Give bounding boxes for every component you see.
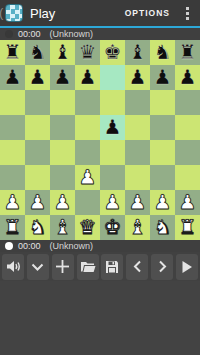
black-queen: ♛ xyxy=(79,40,97,65)
square-b8[interactable]: ♞ xyxy=(25,40,50,65)
square-d7[interactable]: ♟ xyxy=(75,65,100,90)
white-pawn: ♟ xyxy=(154,190,172,215)
square-g2[interactable]: ♟ xyxy=(150,190,175,215)
square-a4[interactable] xyxy=(0,140,25,165)
square-g5[interactable] xyxy=(150,115,175,140)
square-c4[interactable] xyxy=(50,140,75,165)
white-pawn: ♟ xyxy=(4,190,22,215)
black-turn-indicator-icon xyxy=(5,30,13,38)
chess-board[interactable]: ♜♞♝♛♚♝♞♜♟♟♟♟♟♟♟♟♟♟♟♟♟♟♟♟♜♞♝♛♚♝♞♜ xyxy=(0,40,200,240)
chevron-right-icon[interactable] xyxy=(151,254,173,280)
square-h5[interactable] xyxy=(175,115,200,140)
square-f5[interactable] xyxy=(125,115,150,140)
volume-icon[interactable] xyxy=(2,254,24,280)
white-clock: 00:00 xyxy=(18,240,41,252)
square-a6[interactable] xyxy=(0,90,25,115)
square-g7[interactable]: ♟ xyxy=(150,65,175,90)
black-pawn: ♟ xyxy=(54,65,72,90)
square-g3[interactable] xyxy=(150,165,175,190)
square-a7[interactable]: ♟ xyxy=(0,65,25,90)
square-e5[interactable]: ♟ xyxy=(100,115,125,140)
square-c8[interactable]: ♝ xyxy=(50,40,75,65)
square-d2[interactable] xyxy=(75,190,100,215)
black-pawn: ♟ xyxy=(104,115,122,140)
vertical-dots-menu-icon[interactable] xyxy=(178,0,196,26)
square-h8[interactable]: ♜ xyxy=(175,40,200,65)
black-pawn: ♟ xyxy=(29,65,47,90)
square-c1[interactable]: ♝ xyxy=(50,215,75,240)
square-c5[interactable] xyxy=(50,115,75,140)
square-h4[interactable] xyxy=(175,140,200,165)
square-b7[interactable]: ♟ xyxy=(25,65,50,90)
white-pawn: ♟ xyxy=(54,190,72,215)
square-e1[interactable]: ♚ xyxy=(100,215,125,240)
square-f8[interactable]: ♝ xyxy=(125,40,150,65)
white-turn-indicator-icon xyxy=(5,242,13,250)
square-a8[interactable]: ♜ xyxy=(0,40,25,65)
square-b6[interactable] xyxy=(25,90,50,115)
square-e6[interactable] xyxy=(100,90,125,115)
square-e3[interactable] xyxy=(100,165,125,190)
square-e8[interactable]: ♚ xyxy=(100,40,125,65)
square-e7[interactable] xyxy=(100,65,125,90)
black-knight: ♞ xyxy=(29,40,47,65)
square-h3[interactable] xyxy=(175,165,200,190)
square-a2[interactable]: ♟ xyxy=(0,190,25,215)
plus-icon[interactable] xyxy=(52,254,74,280)
square-h7[interactable]: ♟ xyxy=(175,65,200,90)
black-player-name: (Unknown) xyxy=(50,28,94,40)
square-c2[interactable]: ♟ xyxy=(50,190,75,215)
bottom-filler xyxy=(0,281,200,355)
play-forward-icon[interactable] xyxy=(176,254,198,280)
options-button[interactable]: OPTIONS xyxy=(117,2,178,24)
square-f6[interactable] xyxy=(125,90,150,115)
page-title: Play xyxy=(30,6,117,21)
square-b2[interactable]: ♟ xyxy=(25,190,50,215)
black-pawn: ♟ xyxy=(129,65,147,90)
square-d1[interactable]: ♛ xyxy=(75,215,100,240)
black-bishop: ♝ xyxy=(129,40,147,65)
white-bishop: ♝ xyxy=(54,215,72,240)
white-bishop: ♝ xyxy=(129,215,147,240)
black-king: ♚ xyxy=(104,40,122,65)
square-c6[interactable] xyxy=(50,90,75,115)
black-pawn: ♟ xyxy=(179,65,197,90)
square-a5[interactable] xyxy=(0,115,25,140)
square-f3[interactable] xyxy=(125,165,150,190)
square-d4[interactable] xyxy=(75,140,100,165)
white-player-name: (Unknown) xyxy=(50,240,94,252)
bottom-toolbar xyxy=(0,252,200,281)
square-d3[interactable]: ♟ xyxy=(75,165,100,190)
white-rook: ♜ xyxy=(4,215,22,240)
black-player-row: 00:00 (Unknown) xyxy=(0,28,200,40)
black-bishop: ♝ xyxy=(54,40,72,65)
black-pawn: ♟ xyxy=(79,65,97,90)
black-pawn: ♟ xyxy=(4,65,22,90)
square-f2[interactable]: ♟ xyxy=(125,190,150,215)
save-icon[interactable] xyxy=(101,254,123,280)
square-g6[interactable] xyxy=(150,90,175,115)
black-knight: ♞ xyxy=(154,40,172,65)
square-b1[interactable]: ♞ xyxy=(25,215,50,240)
black-pawn: ♟ xyxy=(154,65,172,90)
white-knight: ♞ xyxy=(154,215,172,240)
chevron-left-icon[interactable] xyxy=(126,254,148,280)
black-clock: 00:00 xyxy=(18,28,41,40)
square-b5[interactable] xyxy=(25,115,50,140)
square-d5[interactable] xyxy=(75,115,100,140)
square-h2[interactable]: ♟ xyxy=(175,190,200,215)
white-pawn: ♟ xyxy=(104,190,122,215)
black-rook: ♜ xyxy=(179,40,197,65)
white-king: ♚ xyxy=(104,215,122,240)
square-e2[interactable]: ♟ xyxy=(100,190,125,215)
white-rook: ♜ xyxy=(179,215,197,240)
square-g8[interactable]: ♞ xyxy=(150,40,175,65)
white-player-row: 00:00 (Unknown) xyxy=(0,240,200,252)
white-knight: ♞ xyxy=(29,215,47,240)
square-b3[interactable] xyxy=(25,165,50,190)
checkerboard-app-icon xyxy=(5,4,23,22)
square-h1[interactable]: ♜ xyxy=(175,215,200,240)
square-b4[interactable] xyxy=(25,140,50,165)
square-f1[interactable]: ♝ xyxy=(125,215,150,240)
square-g1[interactable]: ♞ xyxy=(150,215,175,240)
black-rook: ♜ xyxy=(4,40,22,65)
square-a3[interactable] xyxy=(0,165,25,190)
white-pawn: ♟ xyxy=(29,190,47,215)
square-f7[interactable]: ♟ xyxy=(125,65,150,90)
square-e4[interactable] xyxy=(100,140,125,165)
white-queen: ♛ xyxy=(79,215,97,240)
white-pawn: ♟ xyxy=(129,190,147,215)
square-g4[interactable] xyxy=(150,140,175,165)
square-a1[interactable]: ♜ xyxy=(0,215,25,240)
open-folder-icon[interactable] xyxy=(77,254,99,280)
white-pawn: ♟ xyxy=(79,165,97,190)
action-bar: ( Play OPTIONS xyxy=(0,0,200,26)
chevron-down-icon[interactable] xyxy=(27,254,49,280)
square-h6[interactable] xyxy=(175,90,200,115)
white-pawn: ♟ xyxy=(179,190,197,215)
square-f4[interactable] xyxy=(125,140,150,165)
square-c3[interactable] xyxy=(50,165,75,190)
square-d6[interactable] xyxy=(75,90,100,115)
square-d8[interactable]: ♛ xyxy=(75,40,100,65)
square-c7[interactable]: ♟ xyxy=(50,65,75,90)
